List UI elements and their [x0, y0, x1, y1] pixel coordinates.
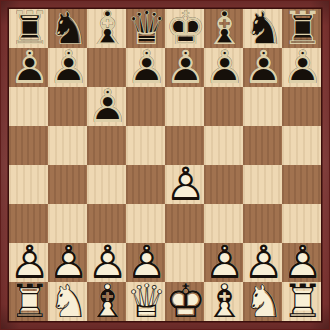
piece-white-rook-h1[interactable]: ♜♖ [282, 282, 321, 321]
square-h3[interactable] [282, 204, 321, 243]
square-d5[interactable] [126, 126, 165, 165]
square-b6[interactable] [48, 87, 87, 126]
square-g2[interactable]: ♟♙ [243, 243, 282, 282]
square-e2[interactable] [165, 243, 204, 282]
queen-outline-icon: ♕ [126, 282, 165, 321]
rook-icon: ♜ [9, 9, 48, 48]
rook-icon: ♜ [282, 9, 321, 48]
square-h8[interactable]: ♜♖ [282, 9, 321, 48]
piece-white-pawn-e4[interactable]: ♟♙ [165, 165, 204, 204]
square-c3[interactable] [87, 204, 126, 243]
pawn-icon: ♟ [204, 48, 243, 87]
piece-white-king-e1[interactable]: ♚♔ [165, 282, 204, 321]
queen-icon: ♛ [126, 282, 165, 321]
square-c6[interactable]: ♟♙ [87, 87, 126, 126]
pawn-outline-icon: ♙ [243, 243, 282, 282]
square-g6[interactable] [243, 87, 282, 126]
square-a6[interactable] [9, 87, 48, 126]
square-a7[interactable]: ♟♙ [9, 48, 48, 87]
piece-black-pawn-b7[interactable]: ♟♙ [48, 48, 87, 87]
pawn-outline-icon: ♙ [165, 48, 204, 87]
square-b2[interactable]: ♟♙ [48, 243, 87, 282]
knight-icon: ♞ [243, 282, 282, 321]
square-d4[interactable] [126, 165, 165, 204]
square-a4[interactable] [9, 165, 48, 204]
square-b5[interactable] [48, 126, 87, 165]
pawn-outline-icon: ♙ [282, 48, 321, 87]
pawn-outline-icon: ♙ [282, 243, 321, 282]
square-c7[interactable] [87, 48, 126, 87]
piece-black-pawn-h7[interactable]: ♟♙ [282, 48, 321, 87]
knight-icon: ♞ [48, 9, 87, 48]
piece-black-knight-g8[interactable]: ♞♘ [243, 9, 282, 48]
pawn-icon: ♟ [282, 48, 321, 87]
pawn-outline-icon: ♙ [126, 243, 165, 282]
rook-outline-icon: ♖ [282, 9, 321, 48]
square-e6[interactable] [165, 87, 204, 126]
square-e4[interactable]: ♟♙ [165, 165, 204, 204]
knight-icon: ♞ [243, 9, 282, 48]
pawn-icon: ♟ [9, 48, 48, 87]
pawn-outline-icon: ♙ [9, 48, 48, 87]
square-d3[interactable] [126, 204, 165, 243]
square-a2[interactable]: ♟♙ [9, 243, 48, 282]
square-f4[interactable] [204, 165, 243, 204]
pawn-outline-icon: ♙ [9, 243, 48, 282]
pawn-icon: ♟ [165, 165, 204, 204]
square-b3[interactable] [48, 204, 87, 243]
bishop-icon: ♝ [87, 9, 126, 48]
pawn-icon: ♟ [126, 48, 165, 87]
pawn-icon: ♟ [48, 48, 87, 87]
square-c2[interactable]: ♟♙ [87, 243, 126, 282]
pawn-icon: ♟ [165, 48, 204, 87]
square-c4[interactable] [87, 165, 126, 204]
chess-board: ♜♖♞♘♝♗♛♕♚♔♝♗♞♘♜♖♟♙♟♙♟♙♟♙♟♙♟♙♟♙♟♙♟♙♟♙♟♙♟♙… [9, 9, 321, 321]
pawn-icon: ♟ [87, 243, 126, 282]
rook-icon: ♜ [9, 282, 48, 321]
piece-black-knight-b8[interactable]: ♞♘ [48, 9, 87, 48]
square-a1[interactable]: ♜♖ [9, 282, 48, 321]
bishop-outline-icon: ♗ [204, 282, 243, 321]
rook-outline-icon: ♖ [9, 9, 48, 48]
pawn-icon: ♟ [204, 243, 243, 282]
piece-white-bishop-c1[interactable]: ♝♗ [87, 282, 126, 321]
piece-white-queen-d1[interactable]: ♛♕ [126, 282, 165, 321]
piece-white-bishop-f1[interactable]: ♝♗ [204, 282, 243, 321]
piece-white-pawn-g2[interactable]: ♟♙ [243, 243, 282, 282]
square-a5[interactable] [9, 126, 48, 165]
square-e5[interactable] [165, 126, 204, 165]
square-b7[interactable]: ♟♙ [48, 48, 87, 87]
king-outline-icon: ♔ [165, 9, 204, 48]
rook-icon: ♜ [282, 282, 321, 321]
square-h4[interactable] [282, 165, 321, 204]
square-b1[interactable]: ♞♘ [48, 282, 87, 321]
square-f3[interactable] [204, 204, 243, 243]
square-a3[interactable] [9, 204, 48, 243]
square-e8[interactable]: ♚♔ [165, 9, 204, 48]
piece-black-pawn-c6[interactable]: ♟♙ [87, 87, 126, 126]
pawn-icon: ♟ [126, 243, 165, 282]
square-g3[interactable] [243, 204, 282, 243]
knight-outline-icon: ♘ [243, 282, 282, 321]
piece-white-knight-b1[interactable]: ♞♘ [48, 282, 87, 321]
pawn-icon: ♟ [9, 243, 48, 282]
pawn-icon: ♟ [48, 243, 87, 282]
piece-black-bishop-c8[interactable]: ♝♗ [87, 9, 126, 48]
bishop-outline-icon: ♗ [87, 282, 126, 321]
square-e1[interactable]: ♚♔ [165, 282, 204, 321]
piece-black-rook-h8[interactable]: ♜♖ [282, 9, 321, 48]
pawn-outline-icon: ♙ [87, 87, 126, 126]
square-b8[interactable]: ♞♘ [48, 9, 87, 48]
square-h6[interactable] [282, 87, 321, 126]
pawn-outline-icon: ♙ [126, 48, 165, 87]
square-c8[interactable]: ♝♗ [87, 9, 126, 48]
square-f1[interactable]: ♝♗ [204, 282, 243, 321]
rook-outline-icon: ♖ [282, 282, 321, 321]
bishop-outline-icon: ♗ [87, 9, 126, 48]
bishop-icon: ♝ [87, 282, 126, 321]
square-f7[interactable]: ♟♙ [204, 48, 243, 87]
king-outline-icon: ♔ [165, 282, 204, 321]
bishop-icon: ♝ [204, 9, 243, 48]
pawn-outline-icon: ♙ [243, 48, 282, 87]
piece-black-queen-d8[interactable]: ♛♕ [126, 9, 165, 48]
square-d2[interactable]: ♟♙ [126, 243, 165, 282]
square-g4[interactable] [243, 165, 282, 204]
square-d8[interactable]: ♛♕ [126, 9, 165, 48]
piece-black-bishop-f8[interactable]: ♝♗ [204, 9, 243, 48]
piece-black-pawn-e7[interactable]: ♟♙ [165, 48, 204, 87]
square-b4[interactable] [48, 165, 87, 204]
piece-white-pawn-a2[interactable]: ♟♙ [9, 243, 48, 282]
square-f2[interactable]: ♟♙ [204, 243, 243, 282]
square-c1[interactable]: ♝♗ [87, 282, 126, 321]
square-f6[interactable] [204, 87, 243, 126]
piece-black-pawn-f7[interactable]: ♟♙ [204, 48, 243, 87]
square-h1[interactable]: ♜♖ [282, 282, 321, 321]
square-a8[interactable]: ♜♖ [9, 9, 48, 48]
piece-white-pawn-f2[interactable]: ♟♙ [204, 243, 243, 282]
piece-white-pawn-d2[interactable]: ♟♙ [126, 243, 165, 282]
piece-black-king-e8[interactable]: ♚♔ [165, 9, 204, 48]
square-g7[interactable]: ♟♙ [243, 48, 282, 87]
square-g8[interactable]: ♞♘ [243, 9, 282, 48]
square-d1[interactable]: ♛♕ [126, 282, 165, 321]
square-h7[interactable]: ♟♙ [282, 48, 321, 87]
queen-outline-icon: ♕ [126, 9, 165, 48]
square-c5[interactable] [87, 126, 126, 165]
pawn-outline-icon: ♙ [204, 48, 243, 87]
pawn-icon: ♟ [282, 243, 321, 282]
piece-white-pawn-b2[interactable]: ♟♙ [48, 243, 87, 282]
piece-black-pawn-a7[interactable]: ♟♙ [9, 48, 48, 87]
pawn-icon: ♟ [87, 87, 126, 126]
queen-icon: ♛ [126, 9, 165, 48]
knight-icon: ♞ [48, 282, 87, 321]
piece-black-pawn-d7[interactable]: ♟♙ [126, 48, 165, 87]
piece-white-pawn-h2[interactable]: ♟♙ [282, 243, 321, 282]
pawn-outline-icon: ♙ [87, 243, 126, 282]
pawn-outline-icon: ♙ [165, 165, 204, 204]
piece-white-pawn-c2[interactable]: ♟♙ [87, 243, 126, 282]
pawn-outline-icon: ♙ [48, 243, 87, 282]
bishop-outline-icon: ♗ [204, 9, 243, 48]
king-icon: ♚ [165, 9, 204, 48]
piece-black-pawn-g7[interactable]: ♟♙ [243, 48, 282, 87]
square-e7[interactable]: ♟♙ [165, 48, 204, 87]
pawn-outline-icon: ♙ [204, 243, 243, 282]
piece-white-rook-a1[interactable]: ♜♖ [9, 282, 48, 321]
piece-black-rook-a8[interactable]: ♜♖ [9, 9, 48, 48]
pawn-icon: ♟ [243, 243, 282, 282]
knight-outline-icon: ♘ [48, 282, 87, 321]
square-d6[interactable] [126, 87, 165, 126]
square-g5[interactable] [243, 126, 282, 165]
king-icon: ♚ [165, 282, 204, 321]
board-frame: ♜♖♞♘♝♗♛♕♚♔♝♗♞♘♜♖♟♙♟♙♟♙♟♙♟♙♟♙♟♙♟♙♟♙♟♙♟♙♟♙… [0, 0, 330, 330]
square-h5[interactable] [282, 126, 321, 165]
square-d7[interactable]: ♟♙ [126, 48, 165, 87]
square-g1[interactable]: ♞♘ [243, 282, 282, 321]
square-f5[interactable] [204, 126, 243, 165]
square-f8[interactable]: ♝♗ [204, 9, 243, 48]
pawn-outline-icon: ♙ [48, 48, 87, 87]
knight-outline-icon: ♘ [243, 9, 282, 48]
pawn-icon: ♟ [243, 48, 282, 87]
rook-outline-icon: ♖ [9, 282, 48, 321]
knight-outline-icon: ♘ [48, 9, 87, 48]
square-h2[interactable]: ♟♙ [282, 243, 321, 282]
piece-white-knight-g1[interactable]: ♞♘ [243, 282, 282, 321]
bishop-icon: ♝ [204, 282, 243, 321]
square-e3[interactable] [165, 204, 204, 243]
